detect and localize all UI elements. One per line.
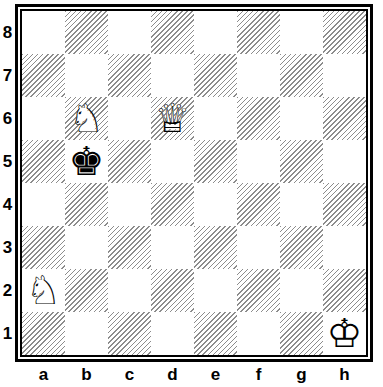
square-f5 [237,140,280,183]
square-d7 [151,54,194,97]
square-c1 [108,312,151,355]
square-d2 [151,269,194,312]
file-label-d: d [151,362,194,387]
file-label-g: g [280,362,323,387]
square-a7 [22,54,65,97]
square-h5 [323,140,366,183]
black-king-b5: ♚♚ [65,140,108,183]
rank-label-1: 1 [0,312,15,355]
white-knight-b6: ♞♘ [65,97,108,140]
square-b4 [65,183,108,226]
square-c3 [108,226,151,269]
square-h2 [323,269,366,312]
square-a4 [22,183,65,226]
square-d1 [151,312,194,355]
chess-diagram: ♞♘♛♕♚♚♞♘♚♔ 87654321 abcdefgh [0,0,383,387]
file-label-a: a [22,362,65,387]
square-e6 [194,97,237,140]
square-e7 [194,54,237,97]
square-d8 [151,11,194,54]
piece-glyph: ♕ [151,97,194,140]
square-h8 [323,11,366,54]
square-c4 [108,183,151,226]
square-c7 [108,54,151,97]
square-a6 [22,97,65,140]
chess-board: ♞♘♛♕♚♚♞♘♚♔ [22,11,366,355]
rank-label-3: 3 [0,226,15,269]
square-h3 [323,226,366,269]
square-b1 [65,312,108,355]
square-e5 [194,140,237,183]
square-d4 [151,183,194,226]
square-f7 [237,54,280,97]
square-c2 [108,269,151,312]
square-c8 [108,11,151,54]
file-label-b: b [65,362,108,387]
square-h4 [323,183,366,226]
square-f8 [237,11,280,54]
square-h7 [323,54,366,97]
square-b2 [65,269,108,312]
square-b7 [65,54,108,97]
square-b6: ♞♘ [65,97,108,140]
file-label-c: c [108,362,151,387]
square-e8 [194,11,237,54]
square-e4 [194,183,237,226]
square-b5: ♚♚ [65,140,108,183]
square-g2 [280,269,323,312]
square-c6 [108,97,151,140]
square-g4 [280,183,323,226]
square-f3 [237,226,280,269]
rank-label-7: 7 [0,54,15,97]
square-f1 [237,312,280,355]
square-e3 [194,226,237,269]
board-border: ♞♘♛♕♚♚♞♘♚♔ [15,4,373,362]
piece-glyph: ♔ [323,312,366,355]
square-g6 [280,97,323,140]
square-e2 [194,269,237,312]
square-a1 [22,312,65,355]
square-b3 [65,226,108,269]
square-c5 [108,140,151,183]
square-d5 [151,140,194,183]
square-h6 [323,97,366,140]
piece-glyph: ♘ [65,97,108,140]
rank-label-5: 5 [0,140,15,183]
square-a3 [22,226,65,269]
rank-label-4: 4 [0,183,15,226]
rank-label-8: 8 [0,11,15,54]
square-g1 [280,312,323,355]
board-inner-border: ♞♘♛♕♚♚♞♘♚♔ [20,9,368,357]
white-king-h1: ♚♔ [323,312,366,355]
white-knight-a2: ♞♘ [22,269,65,312]
square-d6: ♛♕ [151,97,194,140]
square-d3 [151,226,194,269]
square-b8 [65,11,108,54]
piece-glyph: ♚ [65,140,108,183]
square-g3 [280,226,323,269]
square-a5 [22,140,65,183]
file-label-e: e [194,362,237,387]
rank-label-6: 6 [0,97,15,140]
square-a2: ♞♘ [22,269,65,312]
white-queen-d6: ♛♕ [151,97,194,140]
square-g7 [280,54,323,97]
square-g5 [280,140,323,183]
square-e1 [194,312,237,355]
square-a8 [22,11,65,54]
rank-label-2: 2 [0,269,15,312]
square-h1: ♚♔ [323,312,366,355]
file-label-h: h [323,362,366,387]
square-f6 [237,97,280,140]
square-f4 [237,183,280,226]
piece-glyph: ♘ [22,269,65,312]
file-label-f: f [237,362,280,387]
square-f2 [237,269,280,312]
square-g8 [280,11,323,54]
